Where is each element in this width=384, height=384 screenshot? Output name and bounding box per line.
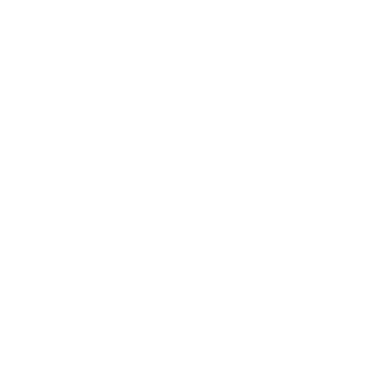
- chess-board: [0, 0, 384, 384]
